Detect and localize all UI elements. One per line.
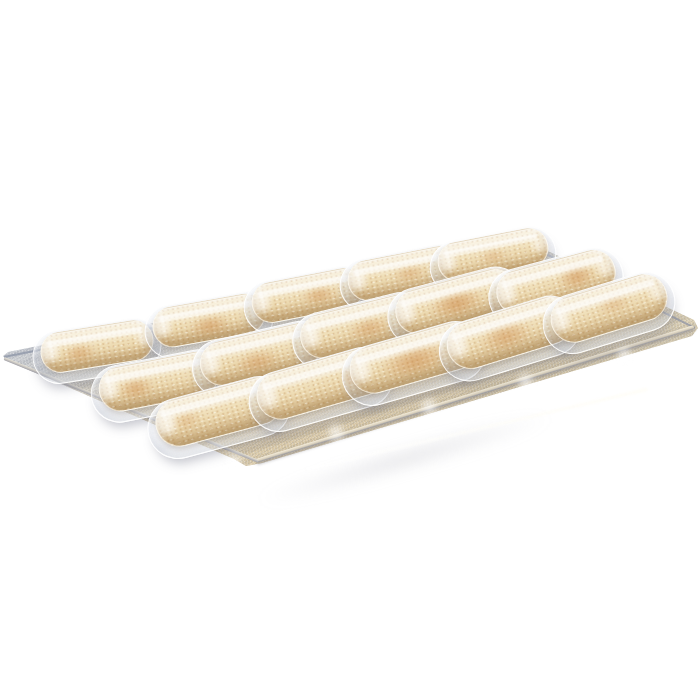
product-photo bbox=[0, 0, 700, 700]
capsule-layer bbox=[0, 0, 700, 700]
